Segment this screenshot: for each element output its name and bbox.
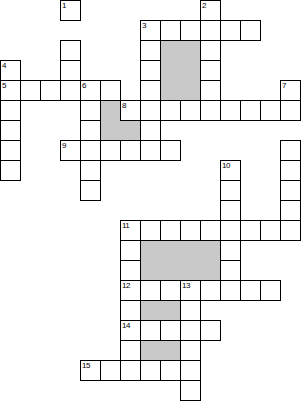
crossword-cell[interactable] (120, 260, 141, 281)
crossword-cell[interactable] (240, 20, 261, 41)
blocked-cell (161, 81, 181, 101)
crossword-cell[interactable] (140, 220, 161, 241)
crossword-cell[interactable] (60, 80, 81, 101)
crossword-cell[interactable] (240, 100, 261, 121)
crossword-cell[interactable] (220, 240, 241, 261)
crossword-cell[interactable] (60, 0, 81, 21)
crossword-cell[interactable] (20, 80, 41, 101)
blocked-cell (141, 261, 161, 281)
crossword-cell[interactable] (100, 140, 121, 161)
crossword-cell[interactable] (180, 20, 201, 41)
crossword-grid: 123456789101112131415 (0, 0, 301, 401)
crossword-cell[interactable] (0, 160, 21, 181)
crossword-cell[interactable] (280, 180, 301, 201)
blocked-cell (161, 41, 181, 61)
crossword-cell[interactable] (220, 180, 241, 201)
crossword-cell[interactable] (80, 80, 101, 101)
crossword-cell[interactable] (280, 140, 301, 161)
crossword-cell[interactable] (0, 120, 21, 141)
crossword-cell[interactable] (60, 60, 81, 81)
crossword-cell[interactable] (80, 140, 101, 161)
crossword-cell[interactable] (160, 20, 181, 41)
crossword-cell[interactable] (80, 120, 101, 141)
blocked-cell (181, 41, 201, 61)
blocked-cell (101, 121, 121, 141)
crossword-cell[interactable] (160, 280, 181, 301)
crossword-cell[interactable] (140, 20, 161, 41)
crossword-cell[interactable] (60, 40, 81, 61)
blocked-cell (161, 241, 181, 261)
crossword-cell[interactable] (280, 160, 301, 181)
crossword-cell[interactable] (140, 360, 161, 381)
crossword-cell[interactable] (160, 140, 181, 161)
blocked-cell (161, 301, 181, 321)
crossword-cell[interactable] (200, 60, 221, 81)
crossword-cell[interactable] (140, 60, 161, 81)
crossword-cell[interactable] (100, 360, 121, 381)
blocked-cell (201, 261, 221, 281)
crossword-cell[interactable] (120, 100, 141, 121)
crossword-cell[interactable] (160, 360, 181, 381)
crossword-cell[interactable] (160, 100, 181, 121)
crossword-cell[interactable] (140, 40, 161, 61)
crossword-cell[interactable] (40, 80, 61, 101)
blocked-cell (141, 341, 161, 361)
crossword-cell[interactable] (80, 160, 101, 181)
crossword-cell[interactable] (200, 100, 221, 121)
crossword-cell[interactable] (120, 280, 141, 301)
crossword-cell[interactable] (220, 100, 241, 121)
crossword-cell[interactable] (140, 100, 161, 121)
crossword-cell[interactable] (220, 260, 241, 281)
blocked-cell (101, 101, 121, 121)
crossword-cell[interactable] (200, 320, 221, 341)
crossword-cell[interactable] (120, 360, 141, 381)
crossword-cell[interactable] (180, 100, 201, 121)
blocked-cell (201, 241, 221, 261)
crossword-cell[interactable] (140, 80, 161, 101)
blocked-cell (181, 61, 201, 81)
crossword-cell[interactable] (120, 220, 141, 241)
crossword-cell[interactable] (80, 100, 101, 121)
crossword-cell[interactable] (280, 220, 301, 241)
crossword-cell[interactable] (200, 0, 221, 21)
blocked-cell (141, 301, 161, 321)
crossword-cell[interactable] (140, 320, 161, 341)
crossword-cell[interactable] (80, 360, 101, 381)
crossword-cell[interactable] (160, 220, 181, 241)
crossword-cell[interactable] (220, 280, 241, 301)
crossword-cell[interactable] (220, 20, 241, 41)
crossword-cell[interactable] (180, 280, 201, 301)
crossword-cell[interactable] (180, 380, 201, 401)
crossword-cell[interactable] (260, 220, 281, 241)
blocked-cell (161, 341, 181, 361)
crossword-cell[interactable] (280, 100, 301, 121)
crossword-cell[interactable] (180, 340, 201, 361)
crossword-cell[interactable] (140, 140, 161, 161)
crossword-cell[interactable] (180, 220, 201, 241)
blocked-cell (161, 261, 181, 281)
crossword-cell[interactable] (180, 320, 201, 341)
blocked-cell (161, 61, 181, 81)
crossword-cell[interactable] (0, 80, 21, 101)
blocked-cell (121, 121, 141, 141)
crossword-cell[interactable] (0, 140, 21, 161)
crossword-cell[interactable] (200, 40, 221, 61)
crossword-cell[interactable] (200, 220, 221, 241)
crossword-cell[interactable] (120, 320, 141, 341)
crossword-cell[interactable] (240, 220, 261, 241)
crossword-cell[interactable] (60, 140, 81, 161)
crossword-cell[interactable] (120, 240, 141, 261)
crossword-cell[interactable] (180, 360, 201, 381)
crossword-cell[interactable] (260, 100, 281, 121)
crossword-cell[interactable] (220, 200, 241, 221)
crossword-cell[interactable] (240, 280, 261, 301)
crossword-cell[interactable] (140, 280, 161, 301)
blocked-cell (181, 241, 201, 261)
crossword-cell[interactable] (80, 180, 101, 201)
blocked-cell (181, 261, 201, 281)
crossword-cell[interactable] (120, 300, 141, 321)
crossword-cell[interactable] (120, 340, 141, 361)
crossword-cell[interactable] (280, 80, 301, 101)
crossword-cell[interactable] (160, 320, 181, 341)
blocked-cell (141, 241, 161, 261)
crossword-cell[interactable] (0, 100, 21, 121)
blocked-cell (181, 81, 201, 101)
crossword-cell[interactable] (140, 120, 161, 141)
crossword-cell[interactable] (220, 160, 241, 181)
crossword-cell[interactable] (200, 80, 221, 101)
crossword-cell[interactable] (180, 300, 201, 321)
crossword-cell[interactable] (0, 60, 21, 81)
crossword-cell[interactable] (200, 280, 221, 301)
crossword-cell[interactable] (260, 280, 281, 301)
crossword-cell[interactable] (100, 80, 121, 101)
crossword-cell[interactable] (200, 20, 221, 41)
crossword-cell[interactable] (220, 220, 241, 241)
crossword-cell[interactable] (280, 200, 301, 221)
crossword-cell[interactable] (120, 140, 141, 161)
